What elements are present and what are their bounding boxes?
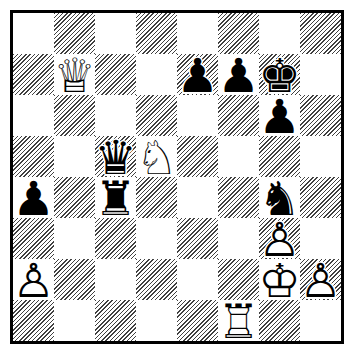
white-knight-glyph: ♘ — [136, 137, 177, 178]
black-pawn-a4[interactable]: ♟♟ — [13, 177, 54, 218]
square-c8[interactable] — [95, 13, 136, 54]
square-b4[interactable] — [54, 177, 95, 218]
square-h6[interactable] — [300, 95, 341, 136]
square-b7[interactable]: ♛♕ — [54, 54, 95, 95]
square-f7[interactable]: ♟♟ — [218, 54, 259, 95]
square-b6[interactable] — [54, 95, 95, 136]
square-f4[interactable] — [218, 177, 259, 218]
chess-board-frame: ♛♕♟♟♟♟♚♚♟♟♛♛♞♘♟♟♜♜♞♞♟♙♟♙♚♔♟♙♜♖ — [10, 10, 344, 344]
white-rook-f1[interactable]: ♜♖ — [218, 300, 259, 341]
white-pawn-glyph: ♙ — [13, 260, 54, 301]
black-pawn-glyph: ♟ — [177, 55, 218, 96]
square-e6[interactable] — [177, 95, 218, 136]
square-h7[interactable] — [300, 54, 341, 95]
square-g2[interactable]: ♚♔ — [259, 259, 300, 300]
square-d8[interactable] — [136, 13, 177, 54]
square-e7[interactable]: ♟♟ — [177, 54, 218, 95]
square-g6[interactable]: ♟♟ — [259, 95, 300, 136]
black-rook-glyph: ♜ — [95, 178, 136, 219]
square-e5[interactable] — [177, 136, 218, 177]
square-b5[interactable] — [54, 136, 95, 177]
square-e1[interactable] — [177, 300, 218, 341]
black-pawn-g6[interactable]: ♟♟ — [259, 95, 300, 136]
square-a6[interactable] — [13, 95, 54, 136]
square-c2[interactable] — [95, 259, 136, 300]
square-a4[interactable]: ♟♟ — [13, 177, 54, 218]
black-pawn-glyph: ♟ — [259, 96, 300, 137]
white-pawn-a2[interactable]: ♟♙ — [13, 259, 54, 300]
square-d1[interactable] — [136, 300, 177, 341]
square-c4[interactable]: ♜♜ — [95, 177, 136, 218]
square-h8[interactable] — [300, 13, 341, 54]
square-a1[interactable] — [13, 300, 54, 341]
square-b3[interactable] — [54, 218, 95, 259]
square-c3[interactable] — [95, 218, 136, 259]
black-pawn-e7[interactable]: ♟♟ — [177, 54, 218, 95]
square-a8[interactable] — [13, 13, 54, 54]
white-king-g2[interactable]: ♚♔ — [259, 259, 300, 300]
square-g1[interactable] — [259, 300, 300, 341]
square-c7[interactable] — [95, 54, 136, 95]
square-h2[interactable]: ♟♙ — [300, 259, 341, 300]
square-f5[interactable] — [218, 136, 259, 177]
black-pawn-glyph: ♟ — [218, 55, 259, 96]
black-pawn-glyph: ♟ — [13, 178, 54, 219]
black-pawn-f7[interactable]: ♟♟ — [218, 54, 259, 95]
square-d5[interactable]: ♞♘ — [136, 136, 177, 177]
square-b1[interactable] — [54, 300, 95, 341]
square-f3[interactable] — [218, 218, 259, 259]
square-h1[interactable] — [300, 300, 341, 341]
square-a2[interactable]: ♟♙ — [13, 259, 54, 300]
square-d2[interactable] — [136, 259, 177, 300]
white-king-glyph: ♔ — [259, 260, 300, 301]
chess-board: ♛♕♟♟♟♟♚♚♟♟♛♛♞♘♟♟♜♜♞♞♟♙♟♙♚♔♟♙♜♖ — [13, 13, 341, 341]
white-knight-d5[interactable]: ♞♘ — [136, 136, 177, 177]
white-queen-glyph: ♕ — [54, 55, 95, 96]
square-h4[interactable] — [300, 177, 341, 218]
white-queen-b7[interactable]: ♛♕ — [54, 54, 95, 95]
square-h5[interactable] — [300, 136, 341, 177]
white-pawn-glyph: ♙ — [300, 260, 341, 301]
square-c1[interactable] — [95, 300, 136, 341]
square-f6[interactable] — [218, 95, 259, 136]
square-f1[interactable]: ♜♖ — [218, 300, 259, 341]
square-d3[interactable] — [136, 218, 177, 259]
square-a7[interactable] — [13, 54, 54, 95]
square-e2[interactable] — [177, 259, 218, 300]
square-b2[interactable] — [54, 259, 95, 300]
square-e3[interactable] — [177, 218, 218, 259]
square-e4[interactable] — [177, 177, 218, 218]
white-pawn-h2[interactable]: ♟♙ — [300, 259, 341, 300]
square-d7[interactable] — [136, 54, 177, 95]
white-rook-glyph: ♖ — [218, 301, 259, 342]
square-d4[interactable] — [136, 177, 177, 218]
black-rook-c4[interactable]: ♜♜ — [95, 177, 136, 218]
